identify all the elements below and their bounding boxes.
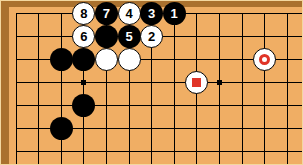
stone-number: 6	[80, 30, 87, 43]
stone-white[interactable]: 8	[72, 2, 95, 25]
stone-black[interactable]: 1	[163, 2, 186, 25]
stone-white[interactable]	[185, 71, 208, 94]
stone-number: 3	[148, 7, 155, 20]
stone-black[interactable]	[50, 48, 73, 71]
stone-black[interactable]: 7	[95, 2, 118, 25]
star-point	[81, 80, 86, 85]
stone-black[interactable]	[72, 48, 95, 71]
stone-white[interactable]: 2	[140, 25, 163, 48]
stone-white[interactable]: 4	[118, 2, 141, 25]
stone-number: 5	[125, 30, 132, 43]
stone-black[interactable]	[72, 94, 95, 117]
stone-white[interactable]	[118, 48, 141, 71]
grid-line-horizontal	[16, 151, 302, 152]
stone-number: 4	[125, 7, 132, 20]
stone-white[interactable]: 6	[72, 25, 95, 48]
stone-white[interactable]	[95, 48, 118, 71]
grid-line-horizontal	[16, 82, 302, 83]
board-edge-left	[1, 1, 9, 164]
stone-black[interactable]	[50, 117, 73, 140]
stone-number: 1	[171, 7, 178, 20]
stone-black[interactable]: 5	[118, 25, 141, 48]
stone-black[interactable]	[95, 25, 118, 48]
stone-black[interactable]: 3	[140, 2, 163, 25]
go-board[interactable]: 87431652	[0, 0, 303, 165]
stone-number: 7	[103, 7, 110, 20]
stone-white[interactable]	[253, 48, 276, 71]
square-marker-icon	[192, 78, 201, 87]
circle-marker-icon	[259, 54, 270, 65]
grid-line-horizontal	[16, 105, 302, 106]
stone-number: 2	[148, 30, 155, 43]
stone-number: 8	[80, 7, 87, 20]
star-point	[217, 80, 222, 85]
